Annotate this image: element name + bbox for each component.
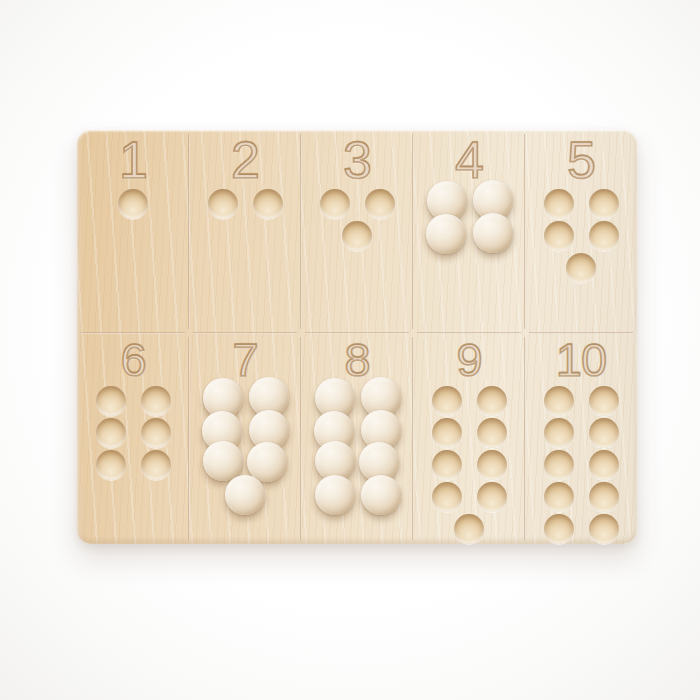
empty-hole[interactable] [96,386,126,416]
engraved-numeral-8: 8 [344,337,369,383]
empty-hole[interactable] [365,189,395,219]
empty-hole[interactable] [96,418,126,448]
cell-2: 2 [189,130,301,333]
empty-hole[interactable] [253,189,283,219]
holes-grid-9 [432,386,507,544]
empty-hole[interactable] [454,514,484,544]
hole-row [118,189,148,219]
cell-10: 10 [525,333,637,544]
holes-grid-8 [320,386,395,512]
empty-hole[interactable] [320,189,350,219]
cell-5: 5 [525,130,637,333]
empty-hole[interactable] [141,450,171,480]
engraved-numeral-2: 2 [231,134,259,186]
empty-hole[interactable] [544,482,574,512]
empty-hole[interactable] [544,514,574,544]
engraved-numeral-5: 5 [567,134,595,186]
empty-hole[interactable] [544,386,574,416]
empty-hole[interactable] [544,189,574,219]
counting-board: 12345678910 [77,130,637,544]
hole-row [566,253,596,283]
holes-grid-4 [432,189,507,251]
empty-hole[interactable] [432,482,462,512]
empty-hole[interactable] [432,450,462,480]
empty-hole[interactable] [589,418,619,448]
photo-background: 12345678910 [0,0,700,700]
wooden-ball[interactable] [431,222,461,252]
hole-row [432,450,507,480]
engraved-numeral-9: 9 [456,337,481,383]
hole-row [544,514,619,544]
engraved-numeral-3: 3 [343,134,371,186]
hole-row [432,386,507,416]
hole-row [96,450,171,480]
empty-hole[interactable] [544,221,574,251]
hole-row [454,514,484,544]
cell-8: 8 [301,333,413,544]
hole-row [320,482,395,512]
holes-grid-10 [544,386,619,544]
wooden-ball[interactable] [230,483,260,513]
holes-grid-6 [96,386,171,480]
hole-row [96,418,171,448]
hole-row [544,189,619,219]
wooden-ball[interactable] [366,483,396,513]
empty-hole[interactable] [141,418,171,448]
holes-grid-7 [208,386,283,512]
hole-row [544,221,619,251]
wooden-ball[interactable] [208,449,238,479]
holes-grid-3 [320,189,395,251]
empty-hole[interactable] [477,418,507,448]
engraved-numeral-1: 1 [119,134,147,186]
engraved-numeral-10: 10 [556,337,606,383]
empty-hole[interactable] [208,189,238,219]
empty-hole[interactable] [477,482,507,512]
hole-row [544,482,619,512]
wooden-ball[interactable] [478,221,508,251]
hole-row [432,482,507,512]
cell-4: 4 [413,130,525,333]
empty-hole[interactable] [589,482,619,512]
cell-7: 7 [189,333,301,544]
engraved-numeral-6: 6 [120,337,145,383]
empty-hole[interactable] [589,450,619,480]
empty-hole[interactable] [566,253,596,283]
holes-grid-5 [544,189,619,283]
empty-hole[interactable] [96,450,126,480]
empty-hole[interactable] [589,386,619,416]
holes-grid-1 [118,189,148,219]
hole-row [96,386,171,416]
cell-9: 9 [413,333,525,544]
hole-row [432,221,507,251]
empty-hole[interactable] [589,189,619,219]
hole-row [208,189,283,219]
engraved-numeral-4: 4 [455,134,483,186]
empty-hole[interactable] [589,221,619,251]
hole-row [544,450,619,480]
empty-hole[interactable] [118,189,148,219]
wooden-ball[interactable] [320,483,350,513]
hole-row [342,221,372,251]
hole-row [230,482,260,512]
empty-hole[interactable] [141,386,171,416]
empty-hole[interactable] [432,386,462,416]
empty-hole[interactable] [544,418,574,448]
empty-hole[interactable] [477,386,507,416]
holes-grid-2 [208,189,283,219]
cell-3: 3 [301,130,413,333]
empty-hole[interactable] [432,418,462,448]
empty-hole[interactable] [544,450,574,480]
cell-1: 1 [77,130,189,333]
hole-row [544,386,619,416]
hole-row [432,418,507,448]
hole-row [544,418,619,448]
engraved-numeral-7: 7 [232,337,257,383]
empty-hole[interactable] [342,221,372,251]
hole-row [320,189,395,219]
empty-hole[interactable] [589,514,619,544]
wooden-ball[interactable] [252,450,282,480]
cell-6: 6 [77,333,189,544]
empty-hole[interactable] [477,450,507,480]
